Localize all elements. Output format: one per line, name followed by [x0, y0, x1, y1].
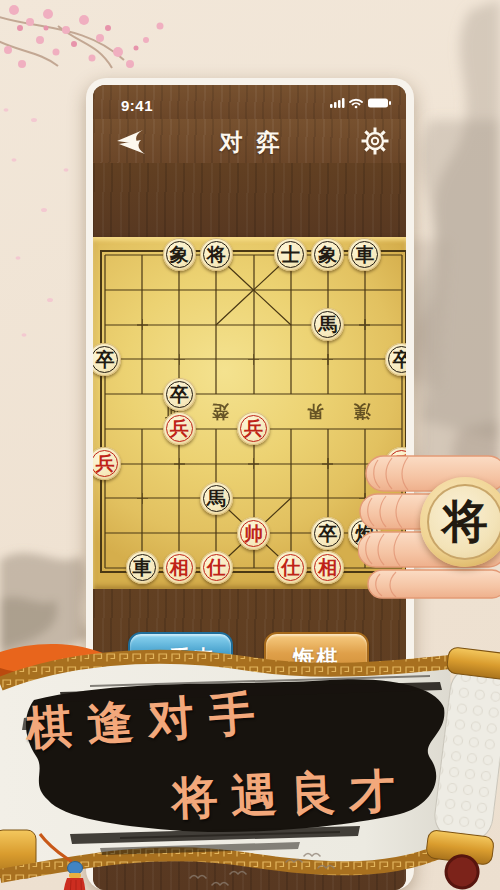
board-cell: 兵 [93, 446, 124, 481]
piece-char: 相 [318, 558, 337, 577]
star-point-mark [248, 354, 259, 365]
piece-char: 卒 [318, 523, 337, 542]
piece-char: 兵 [170, 419, 189, 438]
board-cell: 卒 [161, 377, 198, 412]
wifi-icon [350, 100, 362, 105]
piece-red-兵[interactable]: 兵 [163, 412, 196, 445]
star-point [124, 307, 161, 342]
piece-red-帅[interactable]: 帅 [237, 517, 270, 550]
held-piece-char: 将 [442, 491, 488, 553]
board-cell: 卒 [309, 516, 346, 551]
status-bar: 9:41 [93, 85, 406, 119]
star-point-mark [322, 354, 333, 365]
piece-black-馬[interactable]: 馬 [200, 482, 233, 515]
piece-char: 象 [170, 245, 189, 264]
board-cell: 仕 [198, 550, 235, 585]
wood-band-top [93, 163, 406, 237]
piece-char: 士 [281, 245, 300, 264]
gear-icon [360, 126, 390, 156]
piece-char: 車 [133, 558, 152, 577]
piece-black-卒[interactable]: 卒 [311, 517, 344, 550]
piece-char: 卒 [95, 349, 114, 368]
status-time: 9:41 [121, 97, 153, 114]
piece-char: 仕 [281, 558, 300, 577]
piece-char: 相 [170, 558, 189, 577]
piece-black-馬[interactable]: 馬 [311, 308, 344, 341]
board-cell: 帅 [235, 516, 272, 551]
board-cell: 相 [161, 550, 198, 585]
settings-button[interactable] [360, 126, 392, 158]
piece-black-卒[interactable]: 卒 [93, 343, 121, 376]
star-point [124, 481, 161, 516]
star-point-mark [174, 458, 185, 469]
battery-icon [368, 99, 391, 108]
piece-black-士[interactable]: 士 [274, 238, 307, 271]
piece-char: 馬 [207, 488, 226, 507]
piece-char: 卒 [392, 349, 406, 368]
held-piece[interactable]: 将 [420, 477, 500, 567]
piece-char: 仕 [207, 558, 226, 577]
star-point-mark [174, 354, 185, 365]
board-cell: 将 [198, 238, 235, 273]
signal-icon [330, 98, 345, 108]
piece-red-相[interactable]: 相 [163, 551, 196, 584]
star-point-mark [359, 319, 370, 330]
piece-red-兵[interactable]: 兵 [237, 412, 270, 445]
app-bar: 对弈 [93, 119, 406, 163]
board-cell: 卒 [93, 342, 124, 377]
star-point [161, 342, 198, 377]
piece-black-車[interactable]: 車 [126, 551, 159, 584]
star-point [161, 446, 198, 481]
piece-char: 卒 [170, 384, 189, 403]
piece-char: 将 [207, 245, 226, 264]
star-point [309, 446, 346, 481]
piece-red-兵[interactable]: 兵 [93, 447, 121, 480]
board-cell: 卒 [383, 342, 406, 377]
board-cell: 馬 [309, 307, 346, 342]
piece-char: 帅 [244, 523, 263, 542]
star-point-mark [248, 458, 259, 469]
piece-red-仕[interactable]: 仕 [274, 551, 307, 584]
piece-black-象[interactable]: 象 [311, 238, 344, 271]
board-cell: 馬 [198, 481, 235, 516]
star-point-mark [137, 319, 148, 330]
piece-black-卒[interactable]: 卒 [163, 378, 196, 411]
star-point-mark [322, 458, 333, 469]
piece-char: 兵 [95, 454, 114, 473]
board-cell: 車 [124, 550, 161, 585]
piece-black-卒[interactable]: 卒 [385, 343, 406, 376]
board-cell: 象 [309, 238, 346, 273]
piece-char: 馬 [318, 315, 337, 334]
piece-red-仕[interactable]: 仕 [200, 551, 233, 584]
star-point [235, 342, 272, 377]
board-cell: 仕 [272, 550, 309, 585]
piece-char: 兵 [244, 419, 263, 438]
star-point-mark [137, 493, 148, 504]
piece-char: 象 [318, 245, 337, 264]
piece-red-相[interactable]: 相 [311, 551, 344, 584]
board-cell: 兵 [235, 411, 272, 446]
star-point [235, 446, 272, 481]
banner-line-2: 将遇良才 [171, 760, 409, 830]
piece-black-将[interactable]: 将 [200, 238, 233, 271]
star-point [309, 342, 346, 377]
birds-art [180, 852, 340, 890]
board-cell: 象 [161, 238, 198, 273]
board-cell: 士 [272, 238, 309, 273]
board-cell: 相 [309, 550, 346, 585]
status-icons [330, 97, 392, 109]
board-cell: 兵 [161, 411, 198, 446]
piece-char: 車 [355, 245, 374, 264]
piece-black-車[interactable]: 車 [348, 238, 381, 271]
app-screenshot: { "game": "xiangqi", "position": { "fen"… [0, 0, 500, 890]
piece-black-象[interactable]: 象 [163, 238, 196, 271]
board-cell: 車 [346, 238, 383, 273]
star-point [346, 307, 383, 342]
